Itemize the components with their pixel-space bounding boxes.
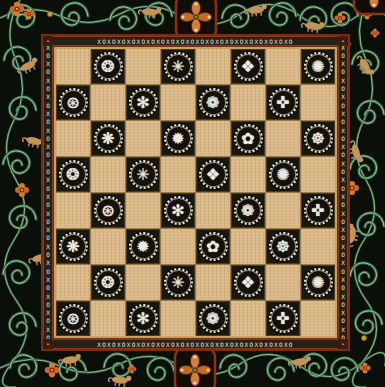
medallion-piece[interactable]: ✳ xyxy=(129,160,158,189)
board-well: ❂✳❖✺⊛✻❁✜❋✹✿☸❂✳❖✺⊛✻❁✜❋✹✿☸❂✳❖✺⊛✻❁✜ xyxy=(53,46,338,339)
xo-strip-bottom: XOXOXOXOXOXOXOXOXOXOXOXOXOXOXOXOXOXOXOXO xyxy=(53,339,338,349)
light-square[interactable] xyxy=(91,301,125,336)
frame-corner: • xyxy=(338,36,348,46)
light-square[interactable] xyxy=(161,301,195,336)
dark-square[interactable]: ❋ xyxy=(56,229,90,264)
light-square[interactable] xyxy=(126,193,160,228)
medallion-piece[interactable]: ❋ xyxy=(94,124,123,153)
light-square[interactable] xyxy=(231,157,265,192)
frame-corner: • xyxy=(43,339,53,349)
medallion-piece[interactable]: ✺ xyxy=(269,160,298,189)
light-square[interactable] xyxy=(196,49,230,84)
light-square[interactable] xyxy=(266,121,300,156)
light-square[interactable] xyxy=(266,49,300,84)
light-square[interactable] xyxy=(161,85,195,120)
dark-square[interactable]: ❁ xyxy=(196,301,230,336)
light-square[interactable] xyxy=(91,229,125,264)
flower-medallion-corner-partial xyxy=(354,0,385,14)
medallion-piece[interactable]: ⊛ xyxy=(94,196,123,225)
dark-square[interactable]: ✹ xyxy=(161,121,195,156)
medallion-piece[interactable]: ✹ xyxy=(164,124,193,153)
dark-square[interactable]: ❂ xyxy=(56,157,90,192)
dark-square[interactable]: ❖ xyxy=(231,49,265,84)
medallion-piece[interactable]: ❖ xyxy=(234,268,263,297)
dark-square[interactable]: ✳ xyxy=(161,265,195,300)
light-square[interactable] xyxy=(231,229,265,264)
medallion-piece[interactable]: ✺ xyxy=(304,268,333,297)
medallion-piece[interactable]: ✜ xyxy=(269,88,298,117)
dark-square[interactable]: ✿ xyxy=(196,229,230,264)
medallion-piece[interactable]: ☸ xyxy=(269,232,298,261)
dark-square[interactable]: ✻ xyxy=(126,85,160,120)
dark-square[interactable]: ✳ xyxy=(126,157,160,192)
dark-square[interactable]: ✻ xyxy=(126,301,160,336)
medallion-piece[interactable]: ❁ xyxy=(199,88,228,117)
medallion-piece[interactable]: ✻ xyxy=(164,196,193,225)
dark-square[interactable]: ✜ xyxy=(266,301,300,336)
xo-strip-top: XOXOXOXOXOXOXOXOXOXOXOXOXOXOXOXOXOXOXOXO xyxy=(53,36,338,46)
medallion-piece[interactable]: ❂ xyxy=(94,52,123,81)
light-square[interactable] xyxy=(56,265,90,300)
medallion-piece[interactable]: ✻ xyxy=(129,88,158,117)
light-square[interactable] xyxy=(196,121,230,156)
dark-square[interactable]: ❂ xyxy=(91,49,125,84)
needlepoint-checkers-scene: • XOXOXOXOXOXOXOXOXOXOXOXOXOXOXOXOXOXOXO… xyxy=(0,0,385,387)
dark-square[interactable]: ⊛ xyxy=(56,301,90,336)
dark-square[interactable]: ⊛ xyxy=(91,193,125,228)
medallion-piece[interactable]: ✳ xyxy=(164,268,193,297)
medallion-piece[interactable]: ✳ xyxy=(164,52,193,81)
dark-square[interactable]: ❁ xyxy=(231,193,265,228)
medallion-piece[interactable]: ✜ xyxy=(304,196,333,225)
medallion-piece[interactable]: ❂ xyxy=(94,268,123,297)
dark-square[interactable]: ✳ xyxy=(161,49,195,84)
medallion-piece[interactable]: ❁ xyxy=(199,304,228,333)
light-square[interactable] xyxy=(56,193,90,228)
frame-corner: • xyxy=(338,339,348,349)
xo-strip-right: XOXOXOXOXOXOXOXOXOXOXOXOXOXOXOXOXOXOXOXO xyxy=(338,46,348,339)
medallion-piece[interactable]: ❁ xyxy=(234,196,263,225)
light-square[interactable] xyxy=(301,229,335,264)
medallion-piece[interactable]: ✿ xyxy=(199,232,228,261)
dark-square[interactable]: ☸ xyxy=(301,121,335,156)
dark-square[interactable]: ✜ xyxy=(301,193,335,228)
dark-square[interactable]: ✺ xyxy=(301,49,335,84)
light-square[interactable] xyxy=(231,85,265,120)
checkers-board[interactable]: ❂✳❖✺⊛✻❁✜❋✹✿☸❂✳❖✺⊛✻❁✜❋✹✿☸❂✳❖✺⊛✻❁✜ xyxy=(56,49,335,336)
dark-square[interactable]: ✜ xyxy=(266,85,300,120)
light-square[interactable] xyxy=(56,49,90,84)
light-square[interactable] xyxy=(301,157,335,192)
frame-corner: • xyxy=(43,36,53,46)
board-frame: • XOXOXOXOXOXOXOXOXOXOXOXOXOXOXOXOXOXOXO… xyxy=(41,34,350,351)
light-square[interactable] xyxy=(126,121,160,156)
dark-square[interactable]: ❂ xyxy=(91,265,125,300)
light-square[interactable] xyxy=(126,265,160,300)
dark-square[interactable]: ⊛ xyxy=(56,85,90,120)
flower-medallion-bottom xyxy=(175,348,215,387)
light-square[interactable] xyxy=(231,301,265,336)
dark-square[interactable]: ❋ xyxy=(91,121,125,156)
light-square[interactable] xyxy=(56,121,90,156)
light-square[interactable] xyxy=(196,265,230,300)
dark-square[interactable]: ✻ xyxy=(161,193,195,228)
light-square[interactable] xyxy=(161,157,195,192)
medallion-piece[interactable]: ❂ xyxy=(59,160,88,189)
medallion-piece[interactable]: ✹ xyxy=(129,232,158,261)
light-square[interactable] xyxy=(301,85,335,120)
medallion-piece[interactable]: ❖ xyxy=(234,52,263,81)
dark-square[interactable]: ❁ xyxy=(196,85,230,120)
dark-square[interactable]: ❖ xyxy=(196,157,230,192)
xo-strip-left: XOXOXOXOXOXOXOXOXOXOXOXOXOXOXOXOXOXOXOXO xyxy=(43,46,53,339)
light-square[interactable] xyxy=(196,193,230,228)
medallion-piece[interactable]: ⊛ xyxy=(59,304,88,333)
medallion-piece[interactable]: ✺ xyxy=(304,52,333,81)
medallion-piece[interactable]: ✻ xyxy=(129,304,158,333)
light-square[interactable] xyxy=(91,157,125,192)
medallion-piece[interactable]: ✿ xyxy=(234,124,263,153)
dark-square[interactable]: ✺ xyxy=(266,157,300,192)
medallion-piece[interactable]: ❖ xyxy=(199,160,228,189)
medallion-piece[interactable]: ❋ xyxy=(59,232,88,261)
medallion-piece[interactable]: ☸ xyxy=(304,124,333,153)
light-square[interactable] xyxy=(266,265,300,300)
dark-square[interactable]: ✹ xyxy=(126,229,160,264)
dark-square[interactable]: ✺ xyxy=(301,265,335,300)
light-square[interactable] xyxy=(91,85,125,120)
dark-square[interactable]: ✿ xyxy=(231,121,265,156)
light-square[interactable] xyxy=(301,301,335,336)
dark-square[interactable]: ❖ xyxy=(231,265,265,300)
dark-square[interactable]: ☸ xyxy=(266,229,300,264)
light-square[interactable] xyxy=(161,229,195,264)
light-square[interactable] xyxy=(126,49,160,84)
medallion-piece[interactable]: ✜ xyxy=(269,304,298,333)
light-square[interactable] xyxy=(266,193,300,228)
medallion-piece[interactable]: ⊛ xyxy=(59,88,88,117)
